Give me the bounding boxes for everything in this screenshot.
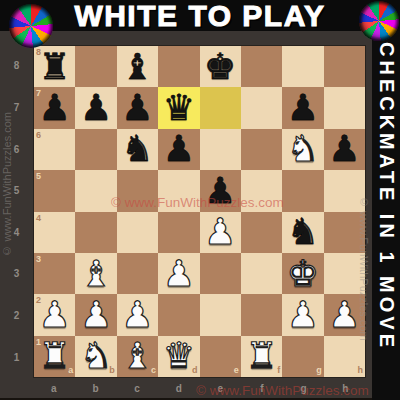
- square-f2: [241, 294, 282, 335]
- square-b1: b♞: [75, 336, 116, 377]
- square-rank-coord: 1: [36, 338, 41, 347]
- square-c5: [117, 170, 158, 211]
- square-rank-coord: 5: [36, 172, 41, 181]
- frame-rank-label: 7: [0, 87, 33, 129]
- square-g6: ♞: [282, 129, 323, 170]
- square-c6: ♞: [117, 129, 158, 170]
- goal-text: CHECKMATE IN 1 MOVE: [375, 42, 398, 351]
- square-b2: ♟: [75, 294, 116, 335]
- square-b4: [75, 212, 116, 253]
- black-queen: ♛: [163, 90, 195, 126]
- puzzle-ball-logo-icon: [9, 4, 53, 48]
- square-g2: ♟: [282, 294, 323, 335]
- square-f1: f♜: [241, 336, 282, 377]
- square-b3: ♝: [75, 253, 116, 294]
- frame-file-label: b: [75, 379, 117, 398]
- square-b5: [75, 170, 116, 211]
- white-bishop: ♝: [121, 338, 153, 374]
- square-e3: [200, 253, 241, 294]
- square-e8: ♚: [200, 46, 241, 87]
- square-file-coord: c: [151, 366, 156, 375]
- white-queen: ♛: [163, 338, 195, 374]
- white-knight: ♞: [287, 131, 319, 167]
- puzzle-ball-logo-icon: [359, 1, 399, 41]
- square-a3: 3: [34, 253, 75, 294]
- black-rook: ♜: [39, 49, 71, 85]
- black-pawn: ♟: [121, 90, 153, 126]
- frame-rank-label: 2: [0, 295, 33, 337]
- square-h7: [324, 87, 365, 128]
- chess-puzzle-image: WHITE TO PLAY CHECKMATE IN 1 MOVE 8♜♝♚7♟…: [0, 0, 400, 400]
- square-h3: [324, 253, 365, 294]
- square-e5: ♟: [200, 170, 241, 211]
- square-e2: [200, 294, 241, 335]
- white-pawn: ♟: [204, 214, 236, 250]
- square-file-coord: a: [68, 366, 73, 375]
- white-knight: ♞: [80, 338, 112, 374]
- black-bishop: ♝: [121, 49, 153, 85]
- square-d8: [158, 46, 199, 87]
- square-file-coord: b: [109, 366, 115, 375]
- black-pawn: ♟: [39, 90, 71, 126]
- square-a8: 8♜: [34, 46, 75, 87]
- goal-sidebar: CHECKMATE IN 1 MOVE: [372, 0, 400, 400]
- black-pawn: ♟: [80, 90, 112, 126]
- file-labels: abcdefgh: [33, 379, 366, 398]
- square-f3: [241, 253, 282, 294]
- square-file-coord: h: [358, 366, 364, 375]
- frame-rank-label: 4: [0, 212, 33, 254]
- square-rank-coord: 4: [36, 214, 41, 223]
- square-a2: 2♟: [34, 294, 75, 335]
- square-b7: ♟: [75, 87, 116, 128]
- square-h4: [324, 212, 365, 253]
- square-file-coord: f: [277, 366, 280, 375]
- square-d3: ♟: [158, 253, 199, 294]
- square-c4: [117, 212, 158, 253]
- square-rank-coord: 7: [36, 89, 41, 98]
- black-knight: ♞: [121, 131, 153, 167]
- square-f8: [241, 46, 282, 87]
- square-rank-coord: 6: [36, 131, 41, 140]
- square-b6: [75, 129, 116, 170]
- square-rank-coord: 3: [36, 255, 41, 264]
- white-king: ♚: [287, 256, 319, 292]
- black-knight: ♞: [287, 214, 319, 250]
- chess-board: 8♜♝♚7♟♟♟♛♟6♞♟♞♟5♟4♟♞3♝♟♚2♟♟♟♟♟1a♜b♞c♝d♛e…: [33, 45, 366, 378]
- square-d7: ♛: [158, 87, 199, 128]
- white-pawn: ♟: [328, 297, 360, 333]
- square-g3: ♚: [282, 253, 323, 294]
- square-d4: [158, 212, 199, 253]
- square-a6: 6: [34, 129, 75, 170]
- square-c8: ♝: [117, 46, 158, 87]
- frame-file-label: g: [283, 379, 325, 398]
- white-pawn: ♟: [39, 297, 71, 333]
- frame-file-label: h: [324, 379, 366, 398]
- square-file-coord: g: [316, 366, 322, 375]
- frame-file-label: e: [200, 379, 242, 398]
- white-rook: ♜: [245, 338, 277, 374]
- square-e4: ♟: [200, 212, 241, 253]
- square-f4: [241, 212, 282, 253]
- white-bishop: ♝: [80, 256, 112, 292]
- black-pawn: ♟: [163, 131, 195, 167]
- square-g7: ♟: [282, 87, 323, 128]
- rank-labels: 87654321: [0, 45, 33, 378]
- white-pawn: ♟: [121, 297, 153, 333]
- black-pawn: ♟: [328, 131, 360, 167]
- page-title: WHITE TO PLAY: [74, 0, 325, 31]
- square-c2: ♟: [117, 294, 158, 335]
- square-b8: [75, 46, 116, 87]
- square-c7: ♟: [117, 87, 158, 128]
- square-rank-coord: 2: [36, 296, 41, 305]
- square-a1: 1a♜: [34, 336, 75, 377]
- black-king: ♚: [204, 49, 236, 85]
- square-a7: 7♟: [34, 87, 75, 128]
- frame-file-label: d: [158, 379, 200, 398]
- square-file-coord: e: [234, 366, 239, 375]
- square-h5: [324, 170, 365, 211]
- square-g8: [282, 46, 323, 87]
- square-g4: ♞: [282, 212, 323, 253]
- square-d1: d♛: [158, 336, 199, 377]
- square-d6: ♟: [158, 129, 199, 170]
- square-c1: c♝: [117, 336, 158, 377]
- square-e1: e: [200, 336, 241, 377]
- frame-rank-label: 6: [0, 128, 33, 170]
- square-d2: [158, 294, 199, 335]
- white-pawn: ♟: [80, 297, 112, 333]
- frame-rank-label: 1: [0, 336, 33, 378]
- square-a5: 5: [34, 170, 75, 211]
- frame-file-label: f: [241, 379, 283, 398]
- frame-rank-label: 5: [0, 170, 33, 212]
- title-bar: WHITE TO PLAY: [0, 0, 400, 31]
- square-c3: [117, 253, 158, 294]
- square-h6: ♟: [324, 129, 365, 170]
- white-pawn: ♟: [163, 256, 195, 292]
- square-g5: [282, 170, 323, 211]
- square-h2: ♟: [324, 294, 365, 335]
- frame-file-label: c: [116, 379, 158, 398]
- frame-rank-label: 3: [0, 253, 33, 295]
- square-g1: g: [282, 336, 323, 377]
- square-h8: [324, 46, 365, 87]
- square-f5: [241, 170, 282, 211]
- square-a4: 4: [34, 212, 75, 253]
- square-e7: [200, 87, 241, 128]
- square-f7: [241, 87, 282, 128]
- frame-rank-label: 8: [0, 45, 33, 87]
- frame-file-label: a: [33, 379, 75, 398]
- black-pawn: ♟: [287, 90, 319, 126]
- black-pawn: ♟: [204, 173, 236, 209]
- white-rook: ♜: [39, 338, 71, 374]
- square-d5: [158, 170, 199, 211]
- white-pawn: ♟: [287, 297, 319, 333]
- square-e6: [200, 129, 241, 170]
- square-h1: h: [324, 336, 365, 377]
- square-f6: [241, 129, 282, 170]
- square-file-coord: d: [192, 366, 198, 375]
- square-rank-coord: 8: [36, 48, 41, 57]
